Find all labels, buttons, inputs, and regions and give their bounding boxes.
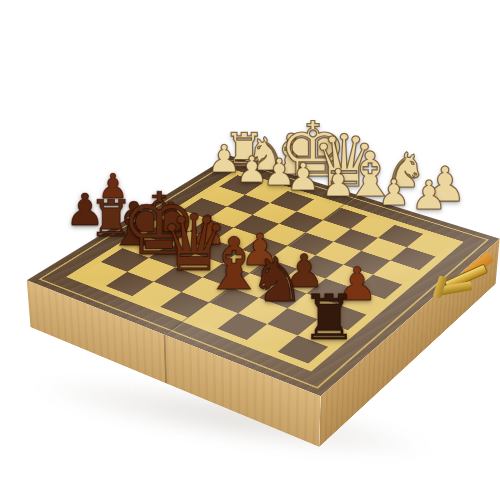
pieces-layer: ♟♜♟♞♟♝♟♚♟♛♝♞♟♟♟♟♟♜♝♚♟♛♟♝♟♞♟♜♟ [0,0,500,499]
black-rook-13[interactable]: ♜ [301,287,357,349]
brass-clasp-icon [436,256,498,312]
white-pawn-14[interactable]: ♟ [411,175,447,215]
product-photo-stage: ♟♜♟♞♟♝♟♚♟♛♝♞♟♟♟♟♟♜♝♚♟♛♟♝♟♞♟♜♟ [0,0,500,499]
white-pawn-13[interactable]: ♟ [378,175,410,211]
black-knight-11[interactable]: ♞ [249,249,305,311]
